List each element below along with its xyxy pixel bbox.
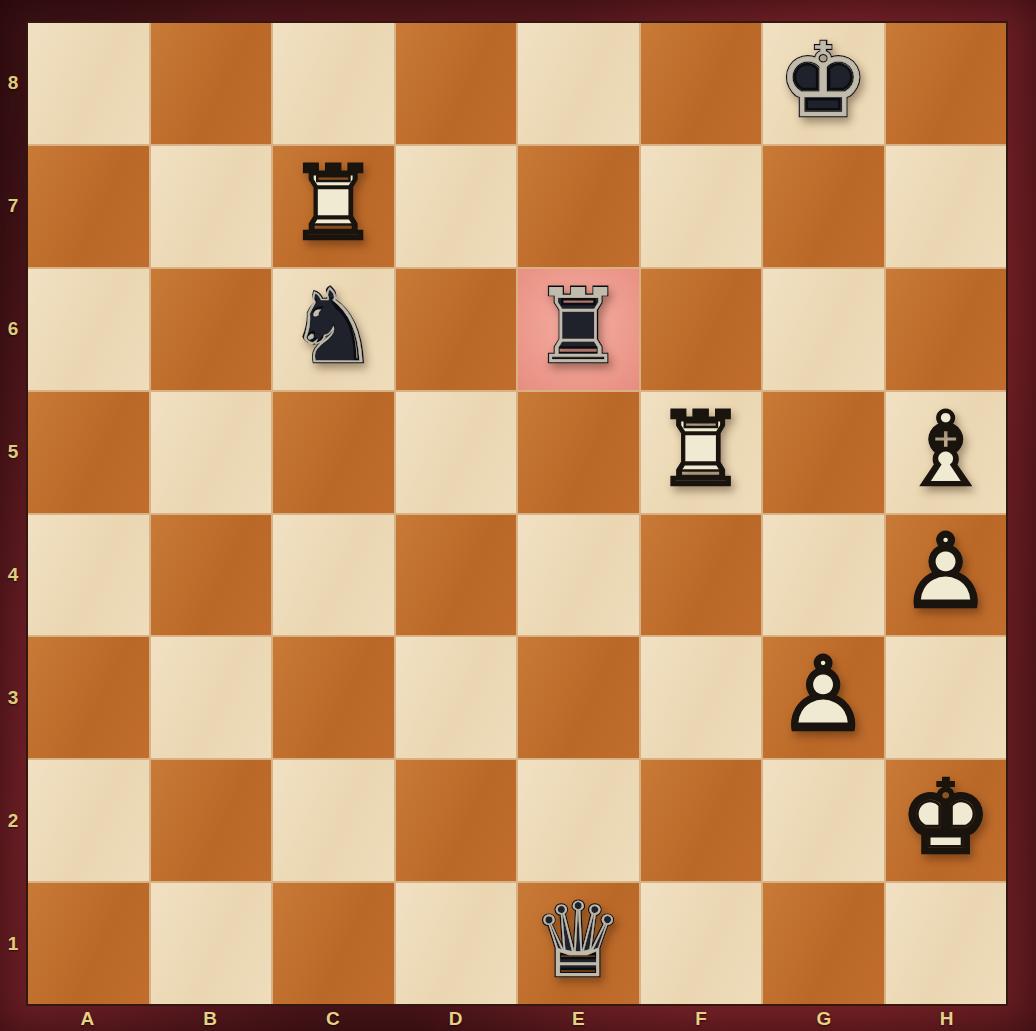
square-f5[interactable]: ♜♖: [641, 392, 762, 513]
square-a4[interactable]: [28, 515, 149, 636]
chess-board: ♚♔♜♖♞♘♜♖♜♖♝♗♟♙♟♙♚♔♛♕: [26, 21, 1008, 1006]
square-h3[interactable]: [886, 637, 1007, 758]
square-a7[interactable]: [28, 146, 149, 267]
square-d8[interactable]: [396, 23, 517, 144]
square-e8[interactable]: [518, 23, 639, 144]
square-f8[interactable]: [641, 23, 762, 144]
file-label-h: H: [885, 1006, 1008, 1031]
piece-glyph-fill: ♝: [886, 389, 1007, 510]
file-label-e: E: [517, 1006, 640, 1031]
square-b6[interactable]: [151, 269, 272, 390]
square-h6[interactable]: [886, 269, 1007, 390]
rank-coordinates: 87654321: [0, 21, 26, 1006]
square-f4[interactable]: [641, 515, 762, 636]
piece-glyph-fill: ♚: [763, 20, 884, 141]
rank-label-8: 8: [0, 21, 26, 144]
piece-glyph-line: ♙: [763, 634, 884, 755]
square-a6[interactable]: [28, 269, 149, 390]
square-f6[interactable]: [641, 269, 762, 390]
piece-glyph-fill: ♚: [886, 757, 1007, 878]
black-queen-icon[interactable]: ♛♕: [518, 883, 639, 1004]
piece-glyph-line: ♙: [886, 512, 1007, 633]
file-label-c: C: [272, 1006, 395, 1031]
square-g6[interactable]: [763, 269, 884, 390]
square-c6[interactable]: ♞♘: [273, 269, 394, 390]
white-pawn-icon[interactable]: ♟♙: [763, 637, 884, 758]
square-h1[interactable]: [886, 883, 1007, 1004]
square-f1[interactable]: [641, 883, 762, 1004]
piece-glyph-fill: ♞: [273, 266, 394, 387]
square-f7[interactable]: [641, 146, 762, 267]
square-e2[interactable]: [518, 760, 639, 881]
square-b2[interactable]: [151, 760, 272, 881]
white-bishop-icon[interactable]: ♝♗: [886, 392, 1007, 513]
square-g5[interactable]: [763, 392, 884, 513]
white-king-icon[interactable]: ♚♔: [886, 760, 1007, 881]
file-label-f: F: [640, 1006, 763, 1031]
piece-glyph-fill: ♜: [518, 266, 639, 387]
square-a8[interactable]: [28, 23, 149, 144]
square-a5[interactable]: [28, 392, 149, 513]
square-d1[interactable]: [396, 883, 517, 1004]
square-h8[interactable]: [886, 23, 1007, 144]
file-label-a: A: [26, 1006, 149, 1031]
square-c1[interactable]: [273, 883, 394, 1004]
rank-label-2: 2: [0, 760, 26, 883]
square-h5[interactable]: ♝♗: [886, 392, 1007, 513]
file-label-b: B: [149, 1006, 272, 1031]
file-label-d: D: [394, 1006, 517, 1031]
white-rook-icon[interactable]: ♜♖: [273, 146, 394, 267]
square-e4[interactable]: [518, 515, 639, 636]
square-a1[interactable]: [28, 883, 149, 1004]
piece-glyph-line: ♖: [518, 266, 639, 387]
piece-glyph-fill: ♛: [518, 880, 639, 1001]
square-d5[interactable]: [396, 392, 517, 513]
square-g4[interactable]: [763, 515, 884, 636]
square-h7[interactable]: [886, 146, 1007, 267]
square-e1[interactable]: ♛♕: [518, 883, 639, 1004]
black-knight-icon[interactable]: ♞♘: [273, 269, 394, 390]
piece-glyph-line: ♔: [763, 20, 884, 141]
square-c8[interactable]: [273, 23, 394, 144]
black-rook-icon[interactable]: ♜♖: [518, 269, 639, 390]
square-h4[interactable]: ♟♙: [886, 515, 1007, 636]
piece-glyph-fill: ♟: [763, 634, 884, 755]
piece-glyph-line: ♖: [273, 143, 394, 264]
square-e3[interactable]: [518, 637, 639, 758]
square-g1[interactable]: [763, 883, 884, 1004]
rank-label-7: 7: [0, 144, 26, 267]
square-c3[interactable]: [273, 637, 394, 758]
piece-glyph-line: ♘: [273, 266, 394, 387]
square-b5[interactable]: [151, 392, 272, 513]
rank-label-4: 4: [0, 514, 26, 637]
piece-glyph-line: ♔: [886, 757, 1007, 878]
square-b3[interactable]: [151, 637, 272, 758]
white-rook-icon[interactable]: ♜♖: [641, 392, 762, 513]
square-c4[interactable]: [273, 515, 394, 636]
square-f2[interactable]: [641, 760, 762, 881]
rank-label-3: 3: [0, 637, 26, 760]
piece-glyph-line: ♖: [641, 389, 762, 510]
piece-glyph-line: ♕: [518, 880, 639, 1001]
square-g3[interactable]: ♟♙: [763, 637, 884, 758]
black-king-icon[interactable]: ♚♔: [763, 23, 884, 144]
square-g2[interactable]: [763, 760, 884, 881]
square-e6[interactable]: ♜♖: [518, 269, 639, 390]
rank-label-6: 6: [0, 267, 26, 390]
file-coordinates: ABCDEFGH: [26, 1006, 1008, 1031]
square-d6[interactable]: [396, 269, 517, 390]
chess-app-window: ♚♔♜♖♞♘♜♖♜♖♝♗♟♙♟♙♚♔♛♕ 87654321 ABCDEFGH: [0, 0, 1036, 1031]
square-b1[interactable]: [151, 883, 272, 1004]
square-d3[interactable]: [396, 637, 517, 758]
square-e5[interactable]: [518, 392, 639, 513]
square-c7[interactable]: ♜♖: [273, 146, 394, 267]
square-c5[interactable]: [273, 392, 394, 513]
rank-label-1: 1: [0, 883, 26, 1006]
file-label-g: G: [763, 1006, 886, 1031]
piece-glyph-fill: ♜: [641, 389, 762, 510]
square-e7[interactable]: [518, 146, 639, 267]
square-d4[interactable]: [396, 515, 517, 636]
square-a2[interactable]: [28, 760, 149, 881]
square-b4[interactable]: [151, 515, 272, 636]
square-g7[interactable]: [763, 146, 884, 267]
square-f3[interactable]: [641, 637, 762, 758]
square-b8[interactable]: [151, 23, 272, 144]
square-g8[interactable]: ♚♔: [763, 23, 884, 144]
white-pawn-icon[interactable]: ♟♙: [886, 515, 1007, 636]
piece-glyph-fill: ♜: [273, 143, 394, 264]
rank-label-5: 5: [0, 390, 26, 513]
square-d2[interactable]: [396, 760, 517, 881]
piece-glyph-line: ♗: [886, 389, 1007, 510]
piece-glyph-fill: ♟: [886, 512, 1007, 633]
square-b7[interactable]: [151, 146, 272, 267]
square-h2[interactable]: ♚♔: [886, 760, 1007, 881]
square-c2[interactable]: [273, 760, 394, 881]
square-a3[interactable]: [28, 637, 149, 758]
square-d7[interactable]: [396, 146, 517, 267]
